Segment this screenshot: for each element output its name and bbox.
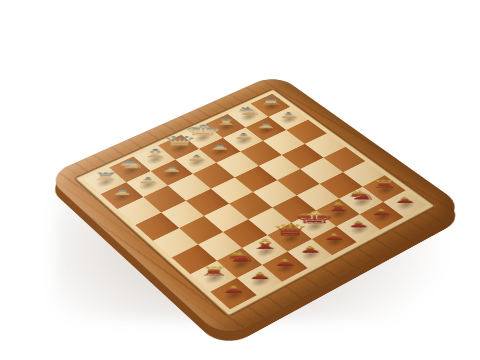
square-a6 <box>117 197 160 225</box>
square-a3 <box>171 244 216 274</box>
square-d2: ♛ <box>267 223 312 252</box>
square-f1: ♟ <box>336 214 380 242</box>
piece-ground-shadow <box>345 220 374 238</box>
piece-ground-shadow <box>301 217 330 235</box>
square-c4 <box>204 204 248 232</box>
maple-border: ♜♞♝♛♚♝♞♜♟♟♟♟♟♟♟♟♜♞♝♛♚♝♞♜♟♟♟♟♟♟♟♟ <box>74 89 436 317</box>
piece-ground-shadow <box>296 245 326 264</box>
square-c3 <box>223 219 267 248</box>
square-a4 <box>153 228 197 257</box>
piece-ground-shadow <box>226 255 256 274</box>
square-a2: ♜ <box>190 261 236 292</box>
square-a5 <box>135 213 179 241</box>
square-b4 <box>179 216 223 244</box>
square-c2: ♝ <box>242 235 287 264</box>
square-b3 <box>197 232 242 261</box>
square-c5 <box>186 189 229 216</box>
board-grid: ♜♞♝♛♚♝♞♜♟♟♟♟♟♟♟♟♜♞♝♛♚♝♞♜♟♟♟♟♟♟♟♟ <box>84 94 427 310</box>
piece-ground-shadow <box>276 229 306 247</box>
piece-ground-shadow <box>200 268 231 287</box>
square-e2: ♚ <box>292 211 336 239</box>
square-d4 <box>229 192 272 219</box>
piece-ground-shadow <box>368 208 397 226</box>
square-b1: ♟ <box>236 265 282 296</box>
scene: ♜♞♝♛♚♝♞♜♟♟♟♟♟♟♟♟♜♞♝♛♚♝♞♜♟♟♟♟♟♟♟♟ <box>103 42 403 342</box>
piece-ground-shadow <box>245 271 276 291</box>
piece-ground-shadow <box>271 258 301 277</box>
piece-ground-shadow <box>251 242 281 261</box>
square-d1: ♟ <box>287 239 332 269</box>
piece-ground-shadow <box>321 233 351 251</box>
square-g1: ♟ <box>359 202 403 230</box>
square-b2: ♞ <box>216 248 261 278</box>
square-e1: ♟ <box>312 226 357 255</box>
piece-ground-shadow <box>219 285 250 305</box>
square-b5 <box>161 201 204 229</box>
photo-backdrop: { "game": "chess", "scene_description": … <box>0 0 480 360</box>
square-c1: ♟ <box>262 252 308 282</box>
square-a1: ♟ <box>210 278 256 309</box>
